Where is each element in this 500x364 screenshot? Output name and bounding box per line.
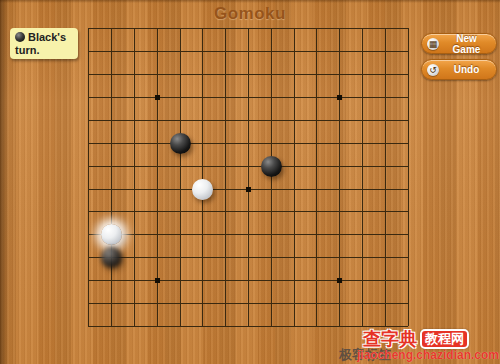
- toolbar: ▦ New Game ↺ Undo: [421, 33, 497, 80]
- board-intersection[interactable]: [305, 315, 328, 338]
- watermark-brand-text: 查字典: [363, 329, 417, 349]
- board-intersection[interactable]: [351, 17, 374, 40]
- board-intersection[interactable]: [396, 269, 419, 292]
- board-intersection[interactable]: [328, 86, 351, 109]
- board-intersection[interactable]: [328, 246, 351, 269]
- board-intersection[interactable]: [214, 131, 237, 154]
- board-intersection[interactable]: [145, 154, 168, 177]
- board-intersection[interactable]: [305, 269, 328, 292]
- board-intersection[interactable]: [305, 177, 328, 200]
- board-intersection[interactable]: [123, 86, 146, 109]
- board-intersection[interactable]: [145, 246, 168, 269]
- board-intersection[interactable]: [351, 154, 374, 177]
- board-intersection[interactable]: [237, 292, 260, 315]
- board-intersection[interactable]: [373, 63, 396, 86]
- board-intersection[interactable]: [396, 131, 419, 154]
- board-intersection[interactable]: [282, 63, 305, 86]
- board-intersection[interactable]: [305, 63, 328, 86]
- black-stone: [170, 133, 191, 154]
- white-stone: [101, 224, 122, 245]
- board-intersection[interactable]: [145, 131, 168, 154]
- board-intersection[interactable]: [351, 223, 374, 246]
- board-intersection[interactable]: [191, 269, 214, 292]
- board-intersection[interactable]: [191, 315, 214, 338]
- board-intersection[interactable]: [305, 223, 328, 246]
- undo-button-label: Undo: [442, 64, 491, 75]
- board-intersection[interactable]: [123, 108, 146, 131]
- board-intersection[interactable]: [259, 177, 282, 200]
- board-intersection[interactable]: [123, 292, 146, 315]
- board-intersection[interactable]: [282, 223, 305, 246]
- board-intersection[interactable]: [168, 223, 191, 246]
- board-intersection[interactable]: [100, 269, 123, 292]
- watermark-brand: 查字典教程网: [363, 327, 469, 351]
- board-intersection[interactable]: [168, 246, 191, 269]
- board-intersection[interactable]: [373, 108, 396, 131]
- board-intersection[interactable]: [237, 177, 260, 200]
- board-intersection[interactable]: [237, 223, 260, 246]
- board-intersection[interactable]: [373, 17, 396, 40]
- board-intersection[interactable]: [191, 246, 214, 269]
- new-game-board-icon: ▦: [427, 38, 439, 50]
- black-stone: [261, 156, 282, 177]
- board-intersection[interactable]: [123, 223, 146, 246]
- board-intersection[interactable]: [373, 292, 396, 315]
- board-intersection[interactable]: [191, 177, 214, 200]
- board-intersection[interactable]: [259, 40, 282, 63]
- board-intersection[interactable]: [214, 17, 237, 40]
- board-intersection[interactable]: [214, 315, 237, 338]
- board-intersection[interactable]: [396, 223, 419, 246]
- board-intersection[interactable]: [328, 154, 351, 177]
- board-intersection[interactable]: [373, 154, 396, 177]
- undo-arrow-icon: ↺: [427, 64, 439, 76]
- board-intersection[interactable]: [328, 315, 351, 338]
- board-intersection[interactable]: [214, 86, 237, 109]
- board-intersection[interactable]: [214, 269, 237, 292]
- black-stone: [101, 247, 122, 268]
- board-intersection[interactable]: [351, 292, 374, 315]
- board-intersection[interactable]: [77, 40, 100, 63]
- board-intersection[interactable]: [396, 292, 419, 315]
- board-intersection[interactable]: [396, 40, 419, 63]
- board-intersection[interactable]: [351, 108, 374, 131]
- board-intersection[interactable]: [237, 131, 260, 154]
- board-intersection[interactable]: [77, 200, 100, 223]
- board-intersection[interactable]: [237, 200, 260, 223]
- board-intersection[interactable]: [237, 246, 260, 269]
- board-intersection[interactable]: [259, 154, 282, 177]
- board-intersection[interactable]: [305, 154, 328, 177]
- undo-button[interactable]: ↺ Undo: [421, 59, 497, 80]
- board-intersection[interactable]: [214, 108, 237, 131]
- board-intersection[interactable]: [237, 17, 260, 40]
- board-intersection[interactable]: [259, 131, 282, 154]
- board-intersection[interactable]: [237, 108, 260, 131]
- board-intersection[interactable]: [191, 200, 214, 223]
- board-intersection[interactable]: [328, 223, 351, 246]
- board-intersection[interactable]: [282, 177, 305, 200]
- board-intersection[interactable]: [282, 246, 305, 269]
- board-intersection[interactable]: [145, 40, 168, 63]
- board-intersection[interactable]: [328, 200, 351, 223]
- board-intersection[interactable]: [168, 131, 191, 154]
- board-intersection[interactable]: [328, 177, 351, 200]
- board-intersection[interactable]: [168, 86, 191, 109]
- board-intersection[interactable]: [373, 246, 396, 269]
- board-intersection[interactable]: [100, 131, 123, 154]
- board-intersection[interactable]: [145, 315, 168, 338]
- board-intersection[interactable]: [77, 177, 100, 200]
- board-intersection[interactable]: [214, 246, 237, 269]
- board-intersection[interactable]: [214, 177, 237, 200]
- turn-status-badge: Black's turn.: [10, 28, 78, 59]
- board-intersection[interactable]: [100, 86, 123, 109]
- board-intersection[interactable]: [305, 40, 328, 63]
- board-intersection[interactable]: [396, 177, 419, 200]
- board-intersection[interactable]: [168, 315, 191, 338]
- board-intersection[interactable]: [396, 63, 419, 86]
- board-intersection[interactable]: [305, 131, 328, 154]
- board-intersection[interactable]: [77, 223, 100, 246]
- board-intersection[interactable]: [168, 200, 191, 223]
- board-intersection[interactable]: [237, 269, 260, 292]
- board-intersections: [77, 17, 419, 338]
- board-intersection[interactable]: [282, 315, 305, 338]
- board-intersection[interactable]: [123, 177, 146, 200]
- board-intersection[interactable]: [282, 154, 305, 177]
- board-intersection[interactable]: [328, 292, 351, 315]
- board-intersection[interactable]: [214, 63, 237, 86]
- board-intersection[interactable]: [145, 63, 168, 86]
- board-intersection[interactable]: [351, 177, 374, 200]
- board-intersection[interactable]: [282, 108, 305, 131]
- board-intersection[interactable]: [123, 315, 146, 338]
- board-intersection[interactable]: [100, 246, 123, 269]
- board-intersection[interactable]: [168, 269, 191, 292]
- board-intersection[interactable]: [214, 40, 237, 63]
- board-intersection[interactable]: [168, 177, 191, 200]
- board-intersection[interactable]: [100, 63, 123, 86]
- board-intersection[interactable]: [214, 200, 237, 223]
- board-intersection[interactable]: [328, 269, 351, 292]
- board-intersection[interactable]: [145, 292, 168, 315]
- board-intersection[interactable]: [328, 40, 351, 63]
- gomoku-board: [77, 17, 419, 338]
- board-intersection[interactable]: [77, 131, 100, 154]
- board-intersection[interactable]: [214, 154, 237, 177]
- board-intersection[interactable]: [351, 246, 374, 269]
- board-intersection[interactable]: [168, 108, 191, 131]
- board-intersection[interactable]: [282, 17, 305, 40]
- white-stone: [192, 179, 213, 200]
- board-intersection[interactable]: [259, 200, 282, 223]
- board-intersection[interactable]: [282, 200, 305, 223]
- board-intersection[interactable]: [259, 86, 282, 109]
- board-intersection[interactable]: [100, 154, 123, 177]
- board-intersection[interactable]: [145, 269, 168, 292]
- board-intersection[interactable]: [77, 154, 100, 177]
- board-intersection[interactable]: [259, 292, 282, 315]
- board-intersection[interactable]: [351, 63, 374, 86]
- board-intersection[interactable]: [396, 108, 419, 131]
- board-intersection[interactable]: [237, 63, 260, 86]
- board-intersection[interactable]: [373, 131, 396, 154]
- board-intersection[interactable]: [123, 131, 146, 154]
- board-intersection[interactable]: [77, 246, 100, 269]
- board-intersection[interactable]: [328, 17, 351, 40]
- board-intersection[interactable]: [373, 269, 396, 292]
- board-intersection[interactable]: [168, 40, 191, 63]
- board-intersection[interactable]: [305, 17, 328, 40]
- board-intersection[interactable]: [123, 154, 146, 177]
- board-intersection[interactable]: [191, 40, 214, 63]
- board-intersection[interactable]: [77, 63, 100, 86]
- board-intersection[interactable]: [351, 86, 374, 109]
- board-intersection[interactable]: [259, 246, 282, 269]
- board-intersection[interactable]: [396, 200, 419, 223]
- board-intersection[interactable]: [305, 86, 328, 109]
- board-intersection[interactable]: [123, 40, 146, 63]
- board-intersection[interactable]: [237, 86, 260, 109]
- board-intersection[interactable]: [191, 108, 214, 131]
- board-intersection[interactable]: [100, 108, 123, 131]
- board-intersection[interactable]: [328, 108, 351, 131]
- board-intersection[interactable]: [77, 269, 100, 292]
- board-intersection[interactable]: [237, 315, 260, 338]
- board-intersection[interactable]: [351, 131, 374, 154]
- board-intersection[interactable]: [123, 269, 146, 292]
- board-intersection[interactable]: [373, 177, 396, 200]
- board-intersection[interactable]: [305, 292, 328, 315]
- board-intersection[interactable]: [259, 315, 282, 338]
- board-intersection[interactable]: [100, 315, 123, 338]
- board-intersection[interactable]: [145, 177, 168, 200]
- board-intersection[interactable]: [259, 269, 282, 292]
- board-intersection[interactable]: [214, 292, 237, 315]
- new-game-button-label: New Game: [442, 33, 491, 55]
- board-intersection[interactable]: [145, 108, 168, 131]
- black-stone-icon: [15, 32, 25, 42]
- watermark-badge: 教程网: [420, 329, 469, 349]
- board-intersection[interactable]: [145, 200, 168, 223]
- board-intersection[interactable]: [282, 86, 305, 109]
- board-intersection[interactable]: [145, 17, 168, 40]
- board-intersection[interactable]: [328, 131, 351, 154]
- board-intersection[interactable]: [328, 63, 351, 86]
- board-left-edge-shadow: [0, 0, 9, 364]
- board-intersection[interactable]: [168, 63, 191, 86]
- board-intersection[interactable]: [373, 40, 396, 63]
- board-intersection[interactable]: [191, 86, 214, 109]
- board-intersection[interactable]: [214, 223, 237, 246]
- board-intersection[interactable]: [351, 200, 374, 223]
- board-intersection[interactable]: [351, 269, 374, 292]
- board-intersection[interactable]: [282, 131, 305, 154]
- board-intersection[interactable]: [259, 63, 282, 86]
- board-intersection[interactable]: [305, 246, 328, 269]
- board-intersection[interactable]: [123, 200, 146, 223]
- board-intersection[interactable]: [77, 86, 100, 109]
- board-intersection[interactable]: [282, 40, 305, 63]
- board-intersection[interactable]: [259, 108, 282, 131]
- board-intersection[interactable]: [168, 17, 191, 40]
- board-intersection[interactable]: [77, 17, 100, 40]
- board-intersection[interactable]: [123, 246, 146, 269]
- board-intersection[interactable]: [100, 177, 123, 200]
- board-intersection[interactable]: [282, 269, 305, 292]
- board-intersection[interactable]: [191, 223, 214, 246]
- board-intersection[interactable]: [191, 154, 214, 177]
- board-intersection[interactable]: [351, 40, 374, 63]
- board-intersection[interactable]: [77, 292, 100, 315]
- board-intersection[interactable]: [168, 154, 191, 177]
- board-intersection[interactable]: [237, 154, 260, 177]
- board-intersection[interactable]: [259, 223, 282, 246]
- board-intersection[interactable]: [191, 292, 214, 315]
- board-intersection[interactable]: [100, 40, 123, 63]
- board-intersection[interactable]: [100, 292, 123, 315]
- new-game-button[interactable]: ▦ New Game: [421, 33, 497, 54]
- board-intersection[interactable]: [145, 86, 168, 109]
- board-intersection[interactable]: [168, 292, 191, 315]
- board-intersection[interactable]: [77, 108, 100, 131]
- board-intersection[interactable]: [259, 17, 282, 40]
- board-intersection[interactable]: [305, 200, 328, 223]
- board-intersection[interactable]: [123, 63, 146, 86]
- board-intersection[interactable]: [100, 17, 123, 40]
- board-intersection[interactable]: [191, 131, 214, 154]
- board-intersection[interactable]: [145, 223, 168, 246]
- board-intersection[interactable]: [305, 108, 328, 131]
- board-intersection[interactable]: [373, 86, 396, 109]
- board-intersection[interactable]: [396, 86, 419, 109]
- board-intersection[interactable]: [77, 315, 100, 338]
- board-intersection[interactable]: [282, 292, 305, 315]
- board-intersection[interactable]: [373, 200, 396, 223]
- board-intersection[interactable]: [191, 17, 214, 40]
- board-intersection[interactable]: [396, 154, 419, 177]
- board-intersection[interactable]: [373, 223, 396, 246]
- board-intersection[interactable]: [396, 246, 419, 269]
- board-top-edge-shadow: [0, 0, 500, 3]
- board-intersection[interactable]: [100, 200, 123, 223]
- board-intersection[interactable]: [123, 17, 146, 40]
- board-intersection[interactable]: [396, 17, 419, 40]
- board-intersection[interactable]: [100, 223, 123, 246]
- board-intersection[interactable]: [237, 40, 260, 63]
- board-intersection[interactable]: [191, 63, 214, 86]
